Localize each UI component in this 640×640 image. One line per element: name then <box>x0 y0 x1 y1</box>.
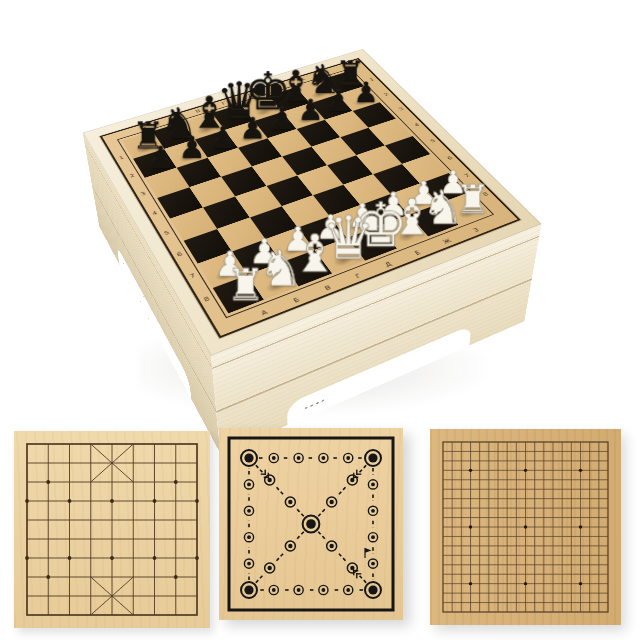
hoshi-point <box>579 525 582 528</box>
star-point <box>68 499 72 503</box>
edge-point <box>322 588 326 592</box>
edge-point <box>247 483 251 487</box>
hoshi-point <box>579 582 582 585</box>
rank-label: 3 <box>398 107 405 112</box>
star-point <box>174 575 178 579</box>
go-grid <box>430 429 621 625</box>
diagonal-point <box>329 500 333 504</box>
edge-point <box>247 509 251 513</box>
dashed-path <box>277 487 284 494</box>
corner-point <box>244 585 253 594</box>
diagonal-point <box>350 566 354 570</box>
dashed-path <box>277 553 284 560</box>
edge-point <box>371 483 375 487</box>
rank-label: 5 <box>164 231 171 237</box>
dashed-path <box>318 531 325 538</box>
rank-label: 5 <box>430 139 437 144</box>
file-label: А <box>260 309 269 316</box>
diagonal-point <box>329 544 333 548</box>
star-point <box>25 556 29 560</box>
rook-glyph: ♜ <box>203 264 288 306</box>
hoshi-point <box>469 525 472 528</box>
dashed-path <box>256 575 263 582</box>
rank-label: 6 <box>446 156 453 161</box>
rank-label: 2 <box>129 173 136 178</box>
diagonal-point <box>267 566 271 570</box>
star-point <box>46 575 50 579</box>
race-track-grid <box>219 428 403 620</box>
corner-point <box>368 453 377 462</box>
dashed-path <box>256 465 263 472</box>
rank-label: 3 <box>140 192 147 198</box>
dashed-path <box>339 553 346 560</box>
star-point <box>153 499 157 503</box>
diagonal-point <box>288 500 292 504</box>
dashed-path <box>359 575 366 582</box>
dashed-path <box>297 509 304 516</box>
star-point <box>46 480 50 484</box>
edge-point <box>297 456 301 460</box>
edge-point <box>346 456 350 460</box>
go-board <box>430 429 621 625</box>
hoshi-point <box>524 525 527 528</box>
xiangqi-grid <box>14 431 210 628</box>
edge-point <box>272 588 276 592</box>
race-track-board <box>219 428 403 620</box>
product-photo: АБВГДЕЖЗ АБВГДЕЖЗ 12345678 12345678 ♜♞♝♛… <box>0 0 640 640</box>
star-point <box>174 480 178 484</box>
dashed-path <box>359 465 366 472</box>
star-point <box>195 499 199 503</box>
rank-label: 4 <box>152 211 159 217</box>
corner-point <box>244 453 253 462</box>
star-point <box>110 499 114 503</box>
dashed-path <box>297 531 304 538</box>
hoshi-point <box>469 469 472 472</box>
chess-box-top: АБВГДЕЖЗ АБВГДЕЖЗ 12345678 12345678 ♜♞♝♛… <box>83 49 542 356</box>
piece-white-rook: ♜ <box>213 275 264 313</box>
star-point <box>25 499 29 503</box>
rank-label: 4 <box>414 123 421 128</box>
star-point <box>195 556 199 560</box>
edge-point <box>346 588 350 592</box>
dashed-path <box>318 509 325 516</box>
star-point <box>110 556 114 560</box>
corner-point <box>368 585 377 594</box>
file-label: Б <box>292 297 301 304</box>
hoshi-point <box>579 469 582 472</box>
edge-point <box>371 535 375 539</box>
hoshi-point <box>469 582 472 585</box>
file-label: В <box>324 285 333 292</box>
diagonal-point <box>288 544 292 548</box>
edge-point <box>297 588 301 592</box>
star-point <box>68 556 72 560</box>
xiangqi-board <box>14 431 210 628</box>
finish-flag-icon <box>365 548 372 558</box>
rank-label: 6 <box>176 251 183 257</box>
diagonal-point <box>267 478 271 482</box>
diagonal-point <box>350 478 354 482</box>
edge-point <box>371 509 375 513</box>
edge-point <box>371 562 375 566</box>
edge-point <box>322 456 326 460</box>
edge-point <box>247 562 251 566</box>
hoshi-point <box>524 582 527 585</box>
edge-point <box>272 456 276 460</box>
star-point <box>153 556 157 560</box>
hoshi-point <box>524 469 527 472</box>
center-point <box>306 519 316 529</box>
edge-point <box>247 535 251 539</box>
pawn-glyph: ♟ <box>124 143 198 172</box>
chess-box-scene: АБВГДЕЖЗ АБВГДЕЖЗ 12345678 12345678 ♜♞♝♛… <box>0 0 640 445</box>
piece-black-pawn: ♟ <box>133 149 177 178</box>
dashed-path <box>339 487 346 494</box>
